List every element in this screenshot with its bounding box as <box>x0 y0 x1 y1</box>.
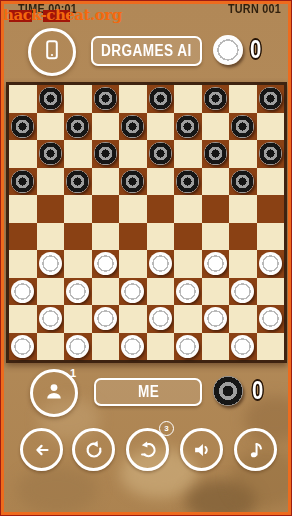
board-square <box>257 113 285 141</box>
board-square[interactable] <box>174 333 202 361</box>
person-icon <box>42 379 66 407</box>
undo-count-badge: 3 <box>159 421 174 436</box>
player-captured-count: 0 <box>252 377 263 403</box>
turn-value: 001 <box>262 2 281 16</box>
background-blur-piece <box>16 466 98 514</box>
board-square[interactable] <box>64 113 92 141</box>
music-button[interactable] <box>234 428 277 471</box>
board-square[interactable] <box>37 250 65 278</box>
board-square <box>119 305 147 333</box>
restart-icon <box>83 439 105 461</box>
board-square <box>37 113 65 141</box>
board-square[interactable] <box>147 250 175 278</box>
black-piece[interactable] <box>231 170 254 193</box>
board-square <box>37 168 65 196</box>
sound-button[interactable] <box>180 428 223 471</box>
board-square <box>9 140 37 168</box>
board-square <box>174 195 202 223</box>
board-square <box>64 250 92 278</box>
board-square <box>92 168 120 196</box>
board-square <box>202 168 230 196</box>
black-piece[interactable] <box>204 87 227 110</box>
board-square[interactable] <box>92 140 120 168</box>
board-square[interactable] <box>92 195 120 223</box>
board-square <box>9 195 37 223</box>
board-square[interactable] <box>147 195 175 223</box>
watermark: hack-cheat.org <box>2 6 122 24</box>
board-square <box>37 223 65 251</box>
board-square <box>92 223 120 251</box>
board-square[interactable] <box>92 305 120 333</box>
music-note-icon <box>245 439 267 461</box>
board-square[interactable] <box>257 250 285 278</box>
board-square[interactable] <box>37 305 65 333</box>
board-square <box>37 278 65 306</box>
board-square[interactable] <box>229 168 257 196</box>
board-square <box>119 85 147 113</box>
black-piece[interactable] <box>259 87 282 110</box>
board-square[interactable] <box>257 140 285 168</box>
board-square <box>174 140 202 168</box>
back-arrow-icon <box>31 439 53 461</box>
board-square[interactable] <box>257 85 285 113</box>
white-piece[interactable] <box>94 252 117 275</box>
board-square[interactable] <box>174 168 202 196</box>
undo-button[interactable]: 3 <box>126 428 169 471</box>
board-square[interactable] <box>229 113 257 141</box>
board-square <box>64 140 92 168</box>
opponent-name-button[interactable]: DRGAMES AI <box>91 36 202 66</box>
white-piece[interactable] <box>39 252 62 275</box>
board-square[interactable] <box>119 278 147 306</box>
board-grid <box>9 85 284 360</box>
board-square[interactable] <box>9 278 37 306</box>
black-piece[interactable] <box>176 115 199 138</box>
board-square[interactable] <box>119 168 147 196</box>
board-square[interactable] <box>174 278 202 306</box>
board-square[interactable] <box>174 113 202 141</box>
black-piece[interactable] <box>176 170 199 193</box>
board-square[interactable] <box>37 195 65 223</box>
board-square <box>257 168 285 196</box>
white-piece[interactable] <box>231 335 254 358</box>
black-piece[interactable] <box>94 142 117 165</box>
board-square <box>229 140 257 168</box>
board-square[interactable] <box>9 223 37 251</box>
white-piece[interactable] <box>259 307 282 330</box>
black-piece[interactable] <box>11 170 34 193</box>
board-square <box>147 278 175 306</box>
board-square <box>147 223 175 251</box>
black-piece[interactable] <box>121 115 144 138</box>
board-square <box>147 333 175 361</box>
board-square[interactable] <box>229 278 257 306</box>
white-piece[interactable] <box>94 307 117 330</box>
board-square <box>119 195 147 223</box>
board-square <box>257 333 285 361</box>
game-screen: TIME 00:01 TURN 001 hack-cheat.org DRGAM… <box>0 0 292 516</box>
black-piece[interactable] <box>11 115 34 138</box>
turn-label: TURN <box>228 2 259 16</box>
white-piece[interactable] <box>176 280 199 303</box>
watermark-text: hack-cheat.org <box>3 6 122 24</box>
board-square <box>229 195 257 223</box>
board-square[interactable] <box>64 278 92 306</box>
board-square[interactable] <box>9 168 37 196</box>
restart-button[interactable] <box>72 428 115 471</box>
board-square <box>174 250 202 278</box>
board-square <box>9 305 37 333</box>
board-square <box>174 85 202 113</box>
opponent-name: DRGAMES AI <box>101 42 192 60</box>
board-square <box>229 250 257 278</box>
player-avatar-badge: 1 <box>70 367 76 379</box>
board-square[interactable] <box>229 333 257 361</box>
black-piece[interactable] <box>121 170 144 193</box>
black-piece[interactable] <box>231 115 254 138</box>
board-square <box>64 85 92 113</box>
white-piece[interactable] <box>231 280 254 303</box>
checkers-board <box>6 82 287 363</box>
black-checker-icon <box>213 376 243 406</box>
black-piece[interactable] <box>66 170 89 193</box>
black-piece[interactable] <box>39 142 62 165</box>
board-square[interactable] <box>9 113 37 141</box>
black-piece[interactable] <box>66 115 89 138</box>
board-square[interactable] <box>64 168 92 196</box>
board-square <box>9 250 37 278</box>
board-square[interactable] <box>257 195 285 223</box>
black-piece[interactable] <box>94 87 117 110</box>
board-square <box>202 278 230 306</box>
white-piece[interactable] <box>11 280 34 303</box>
white-piece[interactable] <box>149 252 172 275</box>
board-square <box>257 278 285 306</box>
board-square[interactable] <box>229 223 257 251</box>
speaker-icon <box>191 439 213 461</box>
white-piece[interactable] <box>176 335 199 358</box>
board-square[interactable] <box>147 140 175 168</box>
board-square <box>9 85 37 113</box>
board-square <box>92 333 120 361</box>
board-square[interactable] <box>174 223 202 251</box>
white-piece[interactable] <box>11 335 34 358</box>
board-square <box>257 223 285 251</box>
board-square[interactable] <box>9 333 37 361</box>
board-square[interactable] <box>37 85 65 113</box>
white-piece[interactable] <box>204 252 227 275</box>
board-square <box>119 140 147 168</box>
board-square[interactable] <box>257 305 285 333</box>
board-square[interactable] <box>119 333 147 361</box>
player-name-button[interactable]: ME <box>94 378 202 406</box>
board-square <box>64 195 92 223</box>
white-piece[interactable] <box>66 280 89 303</box>
white-piece[interactable] <box>259 252 282 275</box>
board-square <box>202 113 230 141</box>
board-square <box>229 85 257 113</box>
board-square[interactable] <box>202 305 230 333</box>
black-piece[interactable] <box>204 142 227 165</box>
white-checker-icon <box>213 35 243 65</box>
board-square[interactable] <box>202 250 230 278</box>
board-square[interactable] <box>147 305 175 333</box>
board-square[interactable] <box>37 140 65 168</box>
board-square[interactable] <box>92 85 120 113</box>
opponent-captured-count: 0 <box>250 36 261 62</box>
board-square <box>229 305 257 333</box>
player-name: ME <box>137 383 158 401</box>
white-piece[interactable] <box>66 335 89 358</box>
board-square <box>119 250 147 278</box>
black-piece[interactable] <box>39 87 62 110</box>
board-square[interactable] <box>202 195 230 223</box>
phone-icon <box>40 38 64 66</box>
board-square <box>64 305 92 333</box>
player-avatar-button[interactable]: 1 <box>30 369 78 417</box>
board-square[interactable] <box>92 250 120 278</box>
board-square <box>92 278 120 306</box>
board-square[interactable] <box>119 113 147 141</box>
board-square[interactable] <box>202 140 230 168</box>
board-square <box>37 333 65 361</box>
black-piece[interactable] <box>259 142 282 165</box>
board-square <box>202 333 230 361</box>
turn-display: TURN 001 <box>228 2 281 16</box>
board-square <box>174 305 202 333</box>
board-square[interactable] <box>119 223 147 251</box>
white-piece[interactable] <box>121 280 144 303</box>
board-square[interactable] <box>64 333 92 361</box>
white-piece[interactable] <box>204 307 227 330</box>
board-square <box>147 113 175 141</box>
white-piece[interactable] <box>39 307 62 330</box>
white-piece[interactable] <box>121 335 144 358</box>
black-piece[interactable] <box>149 87 172 110</box>
board-square <box>147 168 175 196</box>
board-square[interactable] <box>202 85 230 113</box>
board-square <box>92 113 120 141</box>
black-piece[interactable] <box>149 142 172 165</box>
white-piece[interactable] <box>149 307 172 330</box>
back-button[interactable] <box>20 428 63 471</box>
board-square[interactable] <box>147 85 175 113</box>
opponent-avatar-button[interactable] <box>28 28 76 76</box>
board-square[interactable] <box>64 223 92 251</box>
undo-icon <box>137 439 159 461</box>
board-square <box>202 223 230 251</box>
